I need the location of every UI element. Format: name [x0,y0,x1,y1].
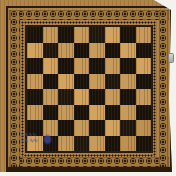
square-f5[interactable] [105,74,121,90]
square-b7[interactable] [43,43,59,59]
square-f8[interactable] [105,27,121,43]
square-f2[interactable] [105,120,121,136]
carved-scroll-border-right [159,10,168,167]
square-e6[interactable] [89,58,105,74]
square-g5[interactable] [120,74,136,90]
square-h1[interactable] [136,136,152,152]
square-e5[interactable] [89,74,105,90]
square-c8[interactable] [58,27,74,43]
square-a4[interactable] [27,89,43,105]
chess-board [25,25,153,153]
square-h8[interactable] [136,27,152,43]
square-e4[interactable] [89,89,105,105]
square-d2[interactable] [74,120,90,136]
square-d8[interactable] [74,27,90,43]
square-d4[interactable] [74,89,90,105]
square-h6[interactable] [136,58,152,74]
square-d6[interactable] [74,58,90,74]
square-a3[interactable] [27,105,43,121]
square-g6[interactable] [120,58,136,74]
square-a2[interactable] [27,120,43,136]
square-b5[interactable] [43,74,59,90]
square-d1[interactable] [74,136,90,152]
square-c5[interactable] [58,74,74,90]
beaded-line-top [21,21,156,24]
square-e1[interactable] [89,136,105,152]
square-a8[interactable] [27,27,43,43]
metal-clasp-icon [168,53,174,63]
beaded-line-bottom [21,154,156,157]
square-g4[interactable] [120,89,136,105]
carved-scroll-border-bottom [9,157,169,167]
square-b2[interactable] [43,120,59,136]
square-f6[interactable] [105,58,121,74]
square-d3[interactable] [74,105,90,121]
square-a6[interactable] [27,58,43,74]
square-h3[interactable] [136,105,152,121]
square-c2[interactable] [58,120,74,136]
square-a5[interactable] [27,74,43,90]
square-h5[interactable] [136,74,152,90]
square-a7[interactable] [27,43,43,59]
beaded-line-right [153,21,156,157]
square-g3[interactable] [120,105,136,121]
wooden-board-box: ∿∿∿∿ ∿∿ ∿∿ [0,0,176,176]
square-c3[interactable] [58,105,74,121]
square-f1[interactable] [105,136,121,152]
square-f7[interactable] [105,43,121,59]
square-c6[interactable] [58,58,74,74]
square-h7[interactable] [136,43,152,59]
square-f3[interactable] [105,105,121,121]
square-d5[interactable] [74,74,90,90]
square-g7[interactable] [120,43,136,59]
beaded-line-left [21,21,24,157]
square-e2[interactable] [89,120,105,136]
square-e7[interactable] [89,43,105,59]
square-h4[interactable] [136,89,152,105]
carved-scroll-border-left [10,10,20,167]
square-c4[interactable] [58,89,74,105]
square-e3[interactable] [89,105,105,121]
square-a1[interactable] [27,136,43,152]
square-h2[interactable] [136,120,152,136]
square-b1[interactable] [43,136,59,152]
square-c1[interactable] [58,136,74,152]
square-c7[interactable] [58,43,74,59]
square-b4[interactable] [43,89,59,105]
square-g8[interactable] [120,27,136,43]
square-b3[interactable] [43,105,59,121]
carved-scroll-border-top [9,10,169,20]
square-g2[interactable] [120,120,136,136]
square-b8[interactable] [43,27,59,43]
square-d7[interactable] [74,43,90,59]
square-g1[interactable] [120,136,136,152]
square-b6[interactable] [43,58,59,74]
square-f4[interactable] [105,89,121,105]
chessboard-photo: ∿∿∿∿ ∿∿ ∿∿ [0,0,176,176]
square-e8[interactable] [89,27,105,43]
